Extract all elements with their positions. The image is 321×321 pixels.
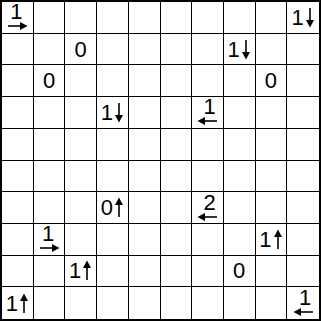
clue-number: 1 <box>10 3 22 20</box>
grid-cell[interactable] <box>34 2 66 34</box>
grid-cell[interactable] <box>2 97 34 129</box>
grid-cell[interactable] <box>129 287 161 319</box>
grid-cell[interactable] <box>287 161 319 193</box>
grid-cell[interactable] <box>97 224 129 256</box>
grid-cell[interactable] <box>34 161 66 193</box>
grid-cell[interactable] <box>65 97 97 129</box>
grid-cell[interactable] <box>34 256 66 288</box>
grid-cell[interactable] <box>65 192 97 224</box>
grid-cell[interactable] <box>65 161 97 193</box>
grid-cell[interactable] <box>192 256 224 288</box>
arrow-down-icon <box>305 7 315 28</box>
grid-cell[interactable] <box>192 287 224 319</box>
grid-cell[interactable] <box>256 129 288 161</box>
clue-number: 1 <box>6 295 18 312</box>
arrow-down-icon <box>241 39 251 60</box>
grid-cell[interactable] <box>2 192 34 224</box>
clue-down: 1 <box>228 39 251 60</box>
grid-cell[interactable] <box>192 224 224 256</box>
grid-cell[interactable]: 1 <box>34 224 66 256</box>
grid-cell[interactable] <box>129 65 161 97</box>
clue-left: 1 <box>197 98 218 126</box>
grid-cell[interactable]: 1 <box>224 34 256 66</box>
grid-cell[interactable]: 0 <box>224 256 256 288</box>
grid-cell[interactable] <box>192 129 224 161</box>
grid-cell[interactable] <box>97 287 129 319</box>
grid-cell[interactable]: 1 <box>2 287 34 319</box>
clue-left: 1 <box>293 289 314 317</box>
grid-cell[interactable] <box>224 287 256 319</box>
grid-cell[interactable] <box>256 34 288 66</box>
clue-up: 1 <box>259 229 282 250</box>
grid-cell[interactable] <box>65 287 97 319</box>
puzzle-grid: 1101001102111011 <box>0 0 321 321</box>
grid-cell[interactable] <box>161 34 193 66</box>
grid-cell[interactable] <box>2 34 34 66</box>
grid-cell[interactable] <box>256 161 288 193</box>
grid-cell[interactable] <box>97 2 129 34</box>
clue-number: 0 <box>265 72 277 89</box>
arrow-up-icon <box>114 197 124 218</box>
clue-number: 1 <box>259 231 271 248</box>
grid-cell[interactable] <box>224 192 256 224</box>
grid-cell[interactable] <box>129 161 161 193</box>
grid-cell[interactable] <box>161 129 193 161</box>
clue-up: 0 <box>101 197 124 218</box>
grid-cell[interactable]: 1 <box>2 2 34 34</box>
grid-cell[interactable] <box>65 129 97 161</box>
grid-cell[interactable] <box>192 2 224 34</box>
grid-cell[interactable] <box>287 224 319 256</box>
clue-number: 0 <box>75 41 87 58</box>
clue-right: 1 <box>7 3 28 31</box>
grid-cell[interactable] <box>2 129 34 161</box>
grid-cell[interactable] <box>287 97 319 129</box>
grid-cell[interactable] <box>161 97 193 129</box>
arrow-up-icon <box>273 229 283 250</box>
clue-number: 1 <box>42 225 54 242</box>
arrow-up-icon <box>82 260 92 281</box>
grid-cell[interactable] <box>161 287 193 319</box>
grid-cell[interactable] <box>34 287 66 319</box>
grid-cell[interactable] <box>34 34 66 66</box>
grid-cell[interactable] <box>161 65 193 97</box>
grid-cell[interactable]: 0 <box>97 192 129 224</box>
clue-number: 1 <box>292 9 304 26</box>
clue-down: 1 <box>292 7 315 28</box>
clue-up: 1 <box>6 293 29 314</box>
clue-number: 1 <box>203 98 215 115</box>
clue-number: 2 <box>203 194 215 211</box>
grid-cell[interactable] <box>97 65 129 97</box>
arrow-down-icon <box>114 102 124 123</box>
grid-cell[interactable]: 1 <box>192 97 224 129</box>
grid-cell[interactable] <box>2 256 34 288</box>
clue-number: 1 <box>228 41 240 58</box>
grid-cell[interactable] <box>224 224 256 256</box>
clue-down: 1 <box>101 102 124 123</box>
grid-cell[interactable] <box>161 2 193 34</box>
grid-cell[interactable]: 1 <box>287 2 319 34</box>
grid-cell[interactable]: 1 <box>287 287 319 319</box>
clue-up: 1 <box>69 260 92 281</box>
grid-cell[interactable]: 1 <box>65 256 97 288</box>
clue-number: 0 <box>233 262 245 279</box>
grid-cell[interactable] <box>129 34 161 66</box>
grid-cell[interactable] <box>224 97 256 129</box>
grid-cell[interactable] <box>34 192 66 224</box>
grid-cell[interactable] <box>287 65 319 97</box>
grid-cell[interactable] <box>287 256 319 288</box>
grid-cell[interactable] <box>224 161 256 193</box>
grid-cell[interactable] <box>161 192 193 224</box>
grid-cell[interactable] <box>34 129 66 161</box>
grid-cell[interactable] <box>129 224 161 256</box>
grid-cell[interactable]: 0 <box>34 65 66 97</box>
grid-cell[interactable] <box>224 65 256 97</box>
grid-cell[interactable] <box>287 34 319 66</box>
grid-cell[interactable] <box>161 256 193 288</box>
grid-cell[interactable] <box>65 65 97 97</box>
grid-cell[interactable] <box>97 256 129 288</box>
grid-cell[interactable] <box>129 2 161 34</box>
grid-cell[interactable] <box>256 192 288 224</box>
clue-number: 1 <box>299 289 311 306</box>
grid-cell[interactable] <box>256 97 288 129</box>
grid-cell[interactable] <box>256 2 288 34</box>
grid-cell[interactable] <box>97 161 129 193</box>
clue-number: 1 <box>69 262 81 279</box>
grid-cell[interactable] <box>161 224 193 256</box>
grid-cell[interactable] <box>2 161 34 193</box>
grid-cell[interactable] <box>65 224 97 256</box>
grid-cell[interactable] <box>256 256 288 288</box>
grid-cell[interactable] <box>65 2 97 34</box>
clue-right: 1 <box>39 225 60 253</box>
clue-number: 0 <box>101 199 113 216</box>
grid-cell[interactable] <box>34 97 66 129</box>
arrow-up-icon <box>19 293 29 314</box>
grid-cell[interactable] <box>224 129 256 161</box>
clue-left: 2 <box>197 194 218 222</box>
grid-cell[interactable]: 1 <box>97 97 129 129</box>
grid-cell[interactable] <box>192 65 224 97</box>
grid-cell[interactable] <box>161 161 193 193</box>
grid-cell[interactable]: 0 <box>65 34 97 66</box>
grid-cell[interactable] <box>287 129 319 161</box>
grid-cell[interactable] <box>192 161 224 193</box>
grid-cell[interactable] <box>224 2 256 34</box>
grid-cell[interactable] <box>192 34 224 66</box>
grid-cell[interactable] <box>256 287 288 319</box>
grid-cell[interactable]: 0 <box>256 65 288 97</box>
grid-cell[interactable] <box>2 65 34 97</box>
grid-cell[interactable]: 2 <box>192 192 224 224</box>
grid-cell[interactable] <box>2 224 34 256</box>
grid-cell[interactable] <box>129 97 161 129</box>
grid-cell[interactable]: 1 <box>256 224 288 256</box>
grid-cell[interactable] <box>129 129 161 161</box>
clue-number: 1 <box>101 104 113 121</box>
clue-number: 0 <box>43 72 55 89</box>
grid-cell[interactable] <box>129 256 161 288</box>
grid-cell[interactable] <box>97 34 129 66</box>
grid-cell[interactable] <box>97 129 129 161</box>
grid-cell[interactable] <box>287 192 319 224</box>
grid-cell[interactable] <box>129 192 161 224</box>
